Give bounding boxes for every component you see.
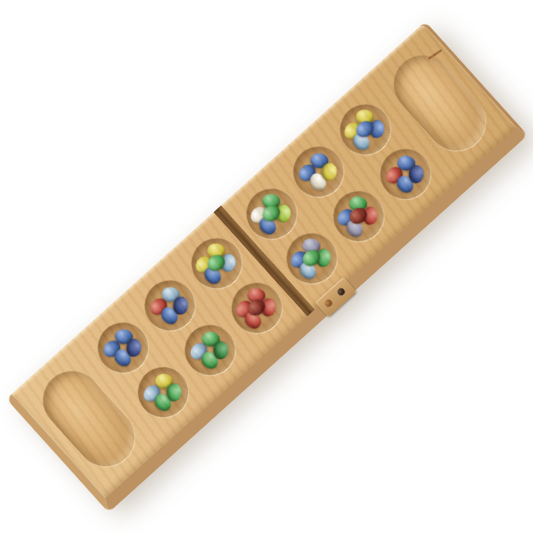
hinge-screw-icon: [323, 298, 333, 308]
mancala-board: [6, 21, 528, 512]
photo-background: [0, 0, 533, 533]
board-rotation-wrapper: [6, 21, 528, 512]
hinge-screw-icon: [336, 286, 346, 296]
